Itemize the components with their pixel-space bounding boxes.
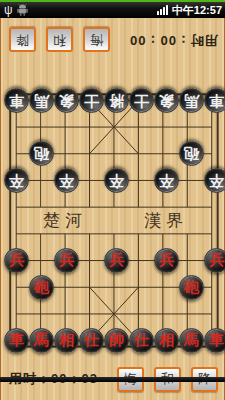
opponent-draw-button[interactable]: 和 — [46, 28, 73, 53]
intersection-5-1[interactable] — [129, 114, 154, 141]
intersection-4-0[interactable]: 將 — [104, 87, 129, 114]
intersection-2-4[interactable] — [54, 194, 79, 221]
opponent-toolbar: 用时：00：00 悔 和 降 — [1, 20, 225, 60]
intersection-2-0[interactable]: 象 — [54, 87, 79, 114]
intersection-0-0[interactable]: 車 — [4, 87, 29, 114]
intersection-4-6[interactable]: 兵 — [104, 247, 129, 274]
intersection-7-7[interactable]: 砲 — [179, 274, 204, 301]
intersection-6-2[interactable] — [154, 140, 179, 167]
piece-red-砲[interactable]: 砲 — [29, 275, 54, 300]
signal-strength-icon — [157, 5, 168, 15]
intersection-6-5[interactable] — [154, 221, 179, 248]
piece-red-相[interactable]: 相 — [154, 328, 179, 353]
intersection-1-0[interactable]: 馬 — [29, 87, 54, 114]
intersection-8-8[interactable] — [204, 301, 225, 328]
intersection-2-6[interactable]: 兵 — [54, 247, 79, 274]
intersection-6-8[interactable] — [154, 301, 179, 328]
piece-red-車[interactable]: 車 — [204, 328, 225, 353]
intersection-3-1[interactable] — [79, 114, 104, 141]
opponent-timer: 用时：00：00 — [110, 31, 218, 49]
intersection-4-8[interactable] — [104, 301, 129, 328]
intersection-3-2[interactable] — [79, 140, 104, 167]
intersection-5-0[interactable]: 士 — [129, 87, 154, 114]
intersection-3-9[interactable]: 仕 — [79, 327, 104, 354]
intersection-7-9[interactable]: 馬 — [179, 327, 204, 354]
intersection-4-4[interactable] — [104, 194, 129, 221]
board-grid: 車馬象士將士象馬車砲砲卒卒卒卒卒兵兵兵兵兵砲砲車馬相仕帥仕相馬車 — [4, 87, 224, 354]
intersection-5-4[interactable] — [129, 194, 154, 221]
piece-black-馬[interactable]: 馬 — [29, 88, 54, 113]
intersection-3-6[interactable] — [79, 247, 104, 274]
intersection-2-1[interactable] — [54, 114, 79, 141]
opponent-undo-button[interactable]: 悔 — [83, 28, 110, 53]
intersection-7-6[interactable] — [179, 247, 204, 274]
status-clock: 中午12:57 — [172, 3, 222, 18]
intersection-5-6[interactable] — [129, 247, 154, 274]
piece-black-馬[interactable]: 馬 — [179, 88, 204, 113]
intersection-0-6[interactable]: 兵 — [4, 247, 29, 274]
piece-black-將[interactable]: 將 — [104, 88, 129, 113]
piece-red-兵[interactable]: 兵 — [204, 248, 225, 273]
intersection-6-6[interactable]: 兵 — [154, 247, 179, 274]
intersection-7-8[interactable] — [179, 301, 204, 328]
usb-icon: ψ — [4, 4, 13, 16]
intersection-3-7[interactable] — [79, 274, 104, 301]
intersection-4-5[interactable] — [104, 221, 129, 248]
status-bar: ψ 中午12:57 — [0, 0, 225, 18]
intersection-6-3[interactable]: 卒 — [154, 167, 179, 194]
piece-black-車[interactable]: 車 — [204, 88, 225, 113]
piece-black-砲[interactable]: 砲 — [179, 141, 204, 166]
intersection-6-7[interactable] — [154, 274, 179, 301]
intersection-2-7[interactable] — [54, 274, 79, 301]
intersection-8-9[interactable]: 車 — [204, 327, 225, 354]
intersection-0-9[interactable]: 車 — [4, 327, 29, 354]
piece-black-卒[interactable]: 卒 — [4, 168, 29, 193]
intersection-0-2[interactable] — [4, 140, 29, 167]
intersection-5-7[interactable] — [129, 274, 154, 301]
intersection-1-8[interactable] — [29, 301, 54, 328]
intersection-1-9[interactable]: 馬 — [29, 327, 54, 354]
piece-red-車[interactable]: 車 — [4, 328, 29, 353]
piece-red-帥[interactable]: 帥 — [104, 328, 129, 353]
intersection-5-2[interactable] — [129, 140, 154, 167]
intersection-4-7[interactable] — [104, 274, 129, 301]
intersection-8-2[interactable] — [204, 140, 225, 167]
intersection-7-0[interactable]: 馬 — [179, 87, 204, 114]
intersection-1-5[interactable] — [29, 221, 54, 248]
piece-red-兵[interactable]: 兵 — [4, 248, 29, 273]
piece-black-象[interactable]: 象 — [54, 88, 79, 113]
intersection-4-2[interactable] — [104, 140, 129, 167]
intersection-1-4[interactable] — [29, 194, 54, 221]
intersection-0-5[interactable] — [4, 221, 29, 248]
intersection-8-1[interactable] — [204, 114, 225, 141]
android-icon — [17, 4, 28, 16]
intersection-0-1[interactable] — [4, 114, 29, 141]
intersection-0-3[interactable]: 卒 — [4, 167, 29, 194]
intersection-8-5[interactable] — [204, 221, 225, 248]
intersection-8-4[interactable] — [204, 194, 225, 221]
intersection-2-9[interactable]: 相 — [54, 327, 79, 354]
piece-red-馬[interactable]: 馬 — [179, 328, 204, 353]
piece-red-馬[interactable]: 馬 — [29, 328, 54, 353]
piece-black-卒[interactable]: 卒 — [154, 168, 179, 193]
intersection-3-8[interactable] — [79, 301, 104, 328]
opponent-resign-button[interactable]: 降 — [9, 28, 36, 53]
bottom-bezel — [0, 377, 225, 382]
intersection-3-5[interactable] — [79, 221, 104, 248]
intersection-0-4[interactable] — [4, 194, 29, 221]
piece-red-仕[interactable]: 仕 — [79, 328, 104, 353]
intersection-6-9[interactable]: 相 — [154, 327, 179, 354]
intersection-6-4[interactable] — [154, 194, 179, 221]
intersection-4-1[interactable] — [104, 114, 129, 141]
intersection-6-0[interactable]: 象 — [154, 87, 179, 114]
intersection-2-8[interactable] — [54, 301, 79, 328]
piece-black-士[interactable]: 士 — [129, 88, 154, 113]
piece-red-兵[interactable]: 兵 — [54, 248, 79, 273]
piece-black-砲[interactable]: 砲 — [29, 141, 54, 166]
piece-black-卒[interactable]: 卒 — [104, 168, 129, 193]
intersection-1-1[interactable] — [29, 114, 54, 141]
piece-red-仕[interactable]: 仕 — [129, 328, 154, 353]
xiangqi-board: 楚河 漢界 車馬象士將士象馬車砲砲卒卒卒卒卒兵兵兵兵兵砲砲車馬相仕帥仕相馬車 — [1, 62, 225, 358]
intersection-7-2[interactable]: 砲 — [179, 140, 204, 167]
intersection-6-1[interactable] — [154, 114, 179, 141]
intersection-4-9[interactable]: 帥 — [104, 327, 129, 354]
intersection-8-0[interactable]: 車 — [204, 87, 225, 114]
intersection-8-7[interactable] — [204, 274, 225, 301]
piece-red-兵[interactable]: 兵 — [104, 248, 129, 273]
intersection-7-1[interactable] — [179, 114, 204, 141]
intersection-8-3[interactable]: 卒 — [204, 167, 225, 194]
piece-black-卒[interactable]: 卒 — [54, 168, 79, 193]
status-icons-right: 中午12:57 — [157, 3, 225, 18]
intersection-5-8[interactable] — [129, 301, 154, 328]
piece-black-卒[interactable]: 卒 — [204, 168, 225, 193]
intersection-3-3[interactable] — [79, 167, 104, 194]
intersection-1-3[interactable] — [29, 167, 54, 194]
intersection-3-4[interactable] — [79, 194, 104, 221]
intersection-5-9[interactable]: 仕 — [129, 327, 154, 354]
piece-red-砲[interactable]: 砲 — [179, 275, 204, 300]
piece-black-車[interactable]: 車 — [4, 88, 29, 113]
piece-black-士[interactable]: 士 — [79, 88, 104, 113]
intersection-2-5[interactable] — [54, 221, 79, 248]
intersection-0-7[interactable] — [4, 274, 29, 301]
xiangqi-app-screen: ψ 中午12:57 用时：00：00 悔 和 — [0, 0, 225, 400]
intersection-4-3[interactable]: 卒 — [104, 167, 129, 194]
piece-red-兵[interactable]: 兵 — [154, 248, 179, 273]
intersection-1-7[interactable]: 砲 — [29, 274, 54, 301]
intersection-3-0[interactable]: 士 — [79, 87, 104, 114]
status-icons-left: ψ — [0, 4, 157, 16]
intersection-2-2[interactable] — [54, 140, 79, 167]
game-area: 用时：00：00 悔 和 降 楚河 漢界 車馬象士將士象馬車砲砲卒卒卒卒卒兵兵兵… — [0, 18, 225, 400]
intersection-5-5[interactable] — [129, 221, 154, 248]
intersection-8-6[interactable]: 兵 — [204, 247, 225, 274]
intersection-0-8[interactable] — [4, 301, 29, 328]
intersection-5-3[interactable] — [129, 167, 154, 194]
intersection-1-2[interactable]: 砲 — [29, 140, 54, 167]
intersection-1-6[interactable] — [29, 247, 54, 274]
piece-red-相[interactable]: 相 — [54, 328, 79, 353]
intersection-7-5[interactable] — [179, 221, 204, 248]
intersection-7-4[interactable] — [179, 194, 204, 221]
piece-black-象[interactable]: 象 — [154, 88, 179, 113]
intersection-7-3[interactable] — [179, 167, 204, 194]
intersection-2-3[interactable]: 卒 — [54, 167, 79, 194]
